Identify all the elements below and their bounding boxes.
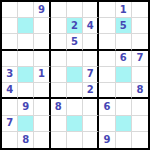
cell-r6c7[interactable] [99,83,115,99]
cell-r8c6[interactable] [83,116,99,132]
cell-r8c9[interactable] [132,116,148,132]
cell-r2c6[interactable]: 4 [83,18,99,34]
cell-r6c5[interactable] [67,83,83,99]
cell-r4c5[interactable] [67,51,83,67]
cell-r6c2[interactable] [18,83,34,99]
cell-r5c9[interactable] [132,67,148,83]
cell-r1c8[interactable]: 1 [116,2,132,18]
cell-r4c7[interactable] [99,51,115,67]
cell-r6c1[interactable]: 4 [2,83,18,99]
cell-r5c5[interactable] [67,67,83,83]
cell-r2c8[interactable]: 5 [116,18,132,34]
cell-r5c6[interactable]: 7 [83,67,99,83]
cell-r3c9[interactable] [132,34,148,50]
cell-r3c3[interactable] [34,34,50,50]
cell-r1c2[interactable] [18,2,34,18]
cell-r6c4[interactable] [51,83,67,99]
cell-r8c3[interactable] [34,116,50,132]
cell-r2c4[interactable] [51,18,67,34]
cell-r9c8[interactable] [116,132,132,148]
cell-r3c2[interactable] [18,34,34,50]
cell-r9c1[interactable] [2,132,18,148]
cell-r4c3[interactable] [34,51,50,67]
cell-r5c8[interactable] [116,67,132,83]
cell-r3c6[interactable] [83,34,99,50]
cell-r3c8[interactable] [116,34,132,50]
cell-r7c8[interactable] [116,99,132,115]
cell-r7c5[interactable] [67,99,83,115]
cell-r6c8[interactable] [116,83,132,99]
cell-r7c4[interactable]: 8 [51,99,67,115]
cell-r8c8[interactable] [116,116,132,132]
cell-r1c6[interactable] [83,2,99,18]
cell-r1c7[interactable] [99,2,115,18]
cell-r8c4[interactable] [51,116,67,132]
cell-r1c5[interactable] [67,2,83,18]
cell-r5c2[interactable] [18,67,34,83]
cell-r9c9[interactable] [132,132,148,148]
cell-r1c1[interactable] [2,2,18,18]
cell-r2c9[interactable] [132,18,148,34]
sudoku-board: 91245567317428986789 [0,0,150,150]
cell-r3c4[interactable] [51,34,67,50]
cell-r8c5[interactable] [67,116,83,132]
cell-r5c4[interactable] [51,67,67,83]
cell-r4c9[interactable]: 7 [132,51,148,67]
cell-r2c2[interactable] [18,18,34,34]
cell-r7c7[interactable]: 6 [99,99,115,115]
cell-r7c1[interactable] [2,99,18,115]
cell-r2c5[interactable]: 2 [67,18,83,34]
cell-r6c6[interactable]: 2 [83,83,99,99]
cell-r2c3[interactable] [34,18,50,34]
cell-r2c1[interactable] [2,18,18,34]
cell-r1c3[interactable]: 9 [34,2,50,18]
cell-r7c9[interactable] [132,99,148,115]
cell-r5c3[interactable]: 1 [34,67,50,83]
cell-r5c1[interactable]: 3 [2,67,18,83]
cell-r6c3[interactable] [34,83,50,99]
cell-r9c5[interactable] [67,132,83,148]
cell-r6c9[interactable]: 8 [132,83,148,99]
cell-r1c4[interactable] [51,2,67,18]
cell-r4c2[interactable] [18,51,34,67]
cell-r3c5[interactable]: 5 [67,34,83,50]
cell-r7c6[interactable] [83,99,99,115]
cell-r8c7[interactable] [99,116,115,132]
cell-r9c6[interactable] [83,132,99,148]
cell-r4c1[interactable] [2,51,18,67]
cell-r9c2[interactable]: 8 [18,132,34,148]
cell-r4c4[interactable] [51,51,67,67]
cell-r2c7[interactable] [99,18,115,34]
cell-r8c2[interactable] [18,116,34,132]
cell-r8c1[interactable]: 7 [2,116,18,132]
cell-r3c7[interactable] [99,34,115,50]
cell-r9c3[interactable] [34,132,50,148]
cell-r9c4[interactable] [51,132,67,148]
cell-r4c6[interactable] [83,51,99,67]
cell-r4c8[interactable]: 6 [116,51,132,67]
cell-r5c7[interactable] [99,67,115,83]
cell-r9c7[interactable]: 9 [99,132,115,148]
cell-r1c9[interactable] [132,2,148,18]
cell-r7c2[interactable]: 9 [18,99,34,115]
cell-r3c1[interactable] [2,34,18,50]
cell-r7c3[interactable] [34,99,50,115]
